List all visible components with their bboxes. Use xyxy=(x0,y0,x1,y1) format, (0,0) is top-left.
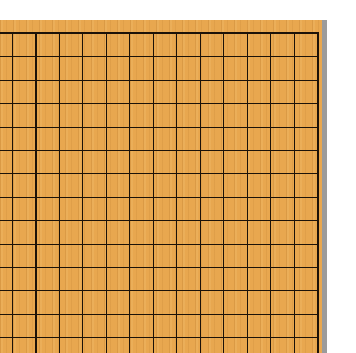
go-board-screenshot xyxy=(0,0,356,353)
board-grid[interactable] xyxy=(0,21,329,348)
row-labels xyxy=(327,20,356,353)
column-labels xyxy=(0,0,356,20)
